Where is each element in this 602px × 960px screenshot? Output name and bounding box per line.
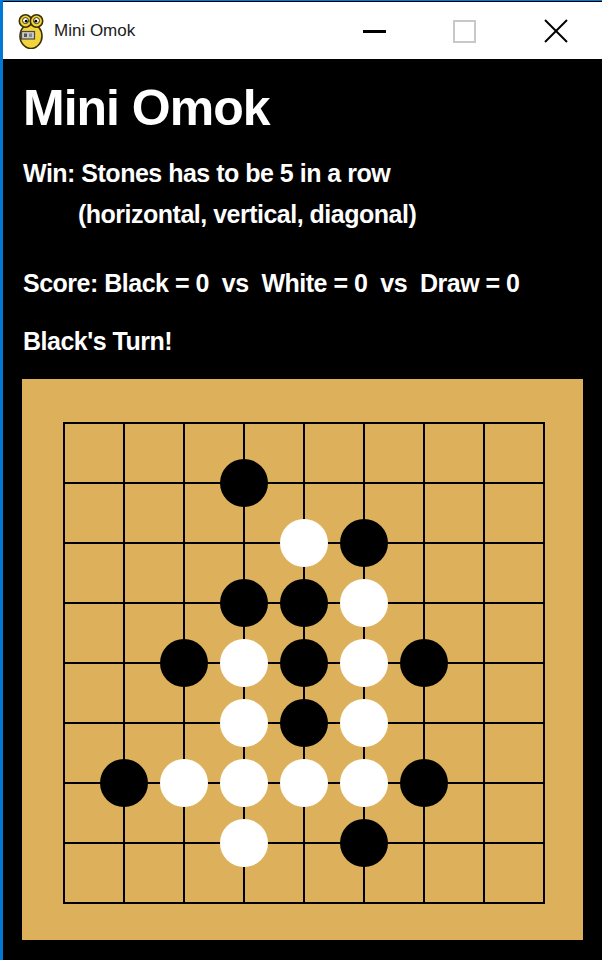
grid-line-horizontal	[63, 902, 545, 904]
stone-black	[400, 759, 448, 807]
minimize-icon	[363, 30, 386, 33]
stone-white	[280, 759, 328, 807]
stone-black	[280, 639, 328, 687]
stone-white	[340, 699, 388, 747]
stone-black	[100, 759, 148, 807]
omok-board[interactable]	[22, 379, 583, 940]
stone-black	[280, 579, 328, 627]
stone-white	[340, 759, 388, 807]
win-rule-line1: Win: Stones has to be 5 in a row	[23, 159, 390, 188]
pygame-snake-icon	[16, 12, 46, 49]
close-button[interactable]	[534, 10, 578, 52]
maximize-icon	[453, 20, 476, 43]
stone-black	[400, 639, 448, 687]
app-window: Mini Omok Mini Omok Win: Stones has to b…	[0, 0, 602, 960]
score-line: Score: Black = 0 vs White = 0 vs Draw = …	[23, 269, 520, 298]
stone-white	[220, 639, 268, 687]
stone-white	[220, 759, 268, 807]
minimize-button[interactable]	[352, 10, 396, 52]
stone-black	[160, 639, 208, 687]
stone-black	[280, 699, 328, 747]
stone-white	[220, 819, 268, 867]
stone-white	[160, 759, 208, 807]
stone-black	[220, 459, 268, 507]
turn-indicator: Black's Turn!	[23, 327, 172, 356]
stone-white	[220, 699, 268, 747]
grid-line-vertical	[543, 422, 545, 904]
win-rule-line2: (horizontal, vertical, diagonal)	[78, 200, 416, 229]
stone-black	[220, 579, 268, 627]
stone-black	[340, 819, 388, 867]
stone-white	[340, 639, 388, 687]
grid-line-horizontal	[63, 842, 545, 844]
close-icon	[543, 18, 569, 44]
page-title: Mini Omok	[23, 79, 270, 137]
window-accent-border	[0, 1, 3, 960]
window-title: Mini Omok	[54, 2, 135, 59]
maximize-button[interactable]	[442, 10, 486, 52]
stone-black	[340, 519, 388, 567]
stone-white	[280, 519, 328, 567]
titlebar[interactable]: Mini Omok	[0, 2, 602, 59]
grid-line-vertical	[483, 422, 485, 904]
stone-white	[340, 579, 388, 627]
